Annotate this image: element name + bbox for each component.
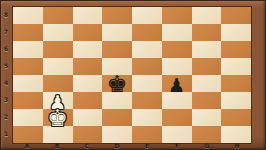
square-a6[interactable] [13, 41, 43, 58]
square-f5[interactable] [162, 58, 192, 75]
rank-label-3: 3 [0, 91, 12, 108]
file-label-d: D [102, 141, 132, 150]
square-h3[interactable] [221, 92, 251, 109]
square-g5[interactable] [192, 58, 222, 75]
square-a3[interactable] [13, 92, 43, 109]
rank-label-7: 7 [0, 23, 12, 40]
file-label-f: F [162, 141, 192, 150]
square-h6[interactable] [221, 41, 251, 58]
square-b2[interactable]: ♚ [43, 109, 73, 126]
file-label-g: G [192, 141, 222, 150]
square-f7[interactable] [162, 24, 192, 41]
chess-diagram: 87654321 ♚♟♟♚ ABCDEFGH [0, 0, 266, 150]
black-pawn-f4[interactable]: ♟ [168, 76, 185, 95]
square-e2[interactable] [132, 109, 162, 126]
square-e8[interactable] [132, 7, 162, 24]
square-b7[interactable] [43, 24, 73, 41]
square-g8[interactable] [192, 7, 222, 24]
rank-label-4: 4 [0, 74, 12, 91]
square-h8[interactable] [221, 7, 251, 24]
file-label-c: C [72, 141, 102, 150]
rank-label-1: 1 [0, 125, 12, 142]
square-d4[interactable]: ♚ [102, 75, 132, 92]
square-a4[interactable] [13, 75, 43, 92]
file-label-e: E [132, 141, 162, 150]
square-c4[interactable] [73, 75, 103, 92]
square-h5[interactable] [221, 58, 251, 75]
square-h7[interactable] [221, 24, 251, 41]
square-c8[interactable] [73, 7, 103, 24]
rank-labels: 87654321 [0, 6, 12, 142]
square-b8[interactable] [43, 7, 73, 24]
square-e5[interactable] [132, 58, 162, 75]
square-b6[interactable] [43, 41, 73, 58]
square-e7[interactable] [132, 24, 162, 41]
square-h2[interactable] [221, 109, 251, 126]
square-a7[interactable] [13, 24, 43, 41]
square-a2[interactable] [13, 109, 43, 126]
square-g7[interactable] [192, 24, 222, 41]
square-h4[interactable] [221, 75, 251, 92]
square-f2[interactable] [162, 109, 192, 126]
square-a5[interactable] [13, 58, 43, 75]
square-c5[interactable] [73, 58, 103, 75]
square-d6[interactable] [102, 41, 132, 58]
white-king-b2[interactable]: ♚ [47, 107, 68, 130]
file-label-a: A [12, 141, 42, 150]
black-king-d4[interactable]: ♚ [107, 73, 128, 96]
square-d8[interactable] [102, 7, 132, 24]
square-f6[interactable] [162, 41, 192, 58]
rank-label-5: 5 [0, 57, 12, 74]
square-b4[interactable] [43, 75, 73, 92]
square-g3[interactable] [192, 92, 222, 109]
chess-board[interactable]: ♚♟♟♚ [12, 6, 252, 144]
square-e6[interactable] [132, 41, 162, 58]
square-c2[interactable] [73, 109, 103, 126]
square-g4[interactable] [192, 75, 222, 92]
rank-label-8: 8 [0, 6, 12, 23]
square-c3[interactable] [73, 92, 103, 109]
square-b5[interactable] [43, 58, 73, 75]
square-f4[interactable]: ♟ [162, 75, 192, 92]
file-label-h: H [222, 141, 252, 150]
square-d2[interactable] [102, 109, 132, 126]
square-f8[interactable] [162, 7, 192, 24]
square-g2[interactable] [192, 109, 222, 126]
square-d7[interactable] [102, 24, 132, 41]
square-c7[interactable] [73, 24, 103, 41]
square-e3[interactable] [132, 92, 162, 109]
square-c6[interactable] [73, 41, 103, 58]
rank-label-2: 2 [0, 108, 12, 125]
rank-label-6: 6 [0, 40, 12, 57]
file-labels: ABCDEFGH [12, 141, 252, 150]
square-g6[interactable] [192, 41, 222, 58]
file-label-b: B [42, 141, 72, 150]
square-e4[interactable] [132, 75, 162, 92]
square-a8[interactable] [13, 7, 43, 24]
